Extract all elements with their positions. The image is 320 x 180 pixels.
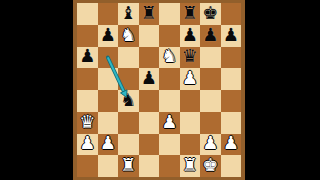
square-f7[interactable]: ♟ — [180, 25, 201, 47]
square-g6[interactable] — [200, 47, 221, 69]
piece-white-pawn[interactable]: ♟ — [100, 134, 116, 152]
square-d2[interactable] — [139, 134, 160, 156]
square-b1[interactable] — [98, 155, 119, 177]
square-h2[interactable]: ♟ — [221, 134, 242, 156]
chess-board-frame: ♝♜♜♚♟♞♟♟♟♟♞♛♟♟♞♛♟♟♟♟♟♜♜♚ — [73, 0, 245, 180]
square-a8[interactable] — [77, 3, 98, 25]
piece-black-pawn[interactable]: ♟ — [182, 26, 198, 44]
square-f1[interactable]: ♜ — [180, 155, 201, 177]
square-f6[interactable]: ♛ — [180, 47, 201, 69]
square-c1[interactable]: ♜ — [118, 155, 139, 177]
piece-black-pawn[interactable]: ♟ — [202, 26, 218, 44]
square-e3[interactable]: ♟ — [159, 112, 180, 134]
piece-white-king[interactable]: ♚ — [202, 156, 218, 174]
piece-white-knight[interactable]: ♞ — [161, 47, 177, 65]
piece-white-pawn[interactable]: ♟ — [202, 134, 218, 152]
square-e8[interactable] — [159, 3, 180, 25]
piece-white-rook[interactable]: ♜ — [120, 156, 136, 174]
square-b5[interactable] — [98, 68, 119, 90]
square-f8[interactable]: ♜ — [180, 3, 201, 25]
piece-black-rook[interactable]: ♜ — [141, 4, 157, 22]
piece-black-pawn[interactable]: ♟ — [79, 47, 95, 65]
piece-black-bishop[interactable]: ♝ — [120, 4, 136, 22]
square-e2[interactable] — [159, 134, 180, 156]
piece-black-pawn[interactable]: ♟ — [141, 69, 157, 87]
piece-white-pawn[interactable]: ♟ — [223, 134, 239, 152]
square-f2[interactable] — [180, 134, 201, 156]
square-b8[interactable] — [98, 3, 119, 25]
square-a4[interactable] — [77, 90, 98, 112]
piece-black-king[interactable]: ♚ — [202, 4, 218, 22]
square-c7[interactable]: ♞ — [118, 25, 139, 47]
piece-white-pawn[interactable]: ♟ — [79, 134, 95, 152]
square-c6[interactable] — [118, 47, 139, 69]
piece-white-pawn[interactable]: ♟ — [182, 69, 198, 87]
square-h1[interactable] — [221, 155, 242, 177]
square-c8[interactable]: ♝ — [118, 3, 139, 25]
square-c2[interactable] — [118, 134, 139, 156]
app-canvas: ♝♜♜♚♟♞♟♟♟♟♞♛♟♟♞♛♟♟♟♟♟♜♜♚ — [0, 0, 320, 180]
square-h7[interactable]: ♟ — [221, 25, 242, 47]
square-b3[interactable] — [98, 112, 119, 134]
square-a6[interactable]: ♟ — [77, 47, 98, 69]
square-h4[interactable] — [221, 90, 242, 112]
square-b7[interactable]: ♟ — [98, 25, 119, 47]
piece-black-rook[interactable]: ♜ — [182, 4, 198, 22]
square-c3[interactable] — [118, 112, 139, 134]
square-e4[interactable] — [159, 90, 180, 112]
square-a3[interactable]: ♛ — [77, 112, 98, 134]
square-c5[interactable] — [118, 68, 139, 90]
square-g1[interactable]: ♚ — [200, 155, 221, 177]
square-h5[interactable] — [221, 68, 242, 90]
square-g3[interactable] — [200, 112, 221, 134]
square-g4[interactable] — [200, 90, 221, 112]
square-d1[interactable] — [139, 155, 160, 177]
piece-white-rook[interactable]: ♜ — [182, 156, 198, 174]
square-b2[interactable]: ♟ — [98, 134, 119, 156]
square-g7[interactable]: ♟ — [200, 25, 221, 47]
square-d4[interactable] — [139, 90, 160, 112]
square-d5[interactable]: ♟ — [139, 68, 160, 90]
square-g8[interactable]: ♚ — [200, 3, 221, 25]
piece-black-queen[interactable]: ♛ — [182, 47, 198, 65]
square-e5[interactable] — [159, 68, 180, 90]
square-b4[interactable] — [98, 90, 119, 112]
square-f4[interactable] — [180, 90, 201, 112]
square-a5[interactable] — [77, 68, 98, 90]
piece-black-pawn[interactable]: ♟ — [223, 26, 239, 44]
square-d8[interactable]: ♜ — [139, 3, 160, 25]
square-c4[interactable]: ♞ — [118, 90, 139, 112]
square-g2[interactable]: ♟ — [200, 134, 221, 156]
square-d7[interactable] — [139, 25, 160, 47]
piece-black-pawn[interactable]: ♟ — [100, 26, 116, 44]
square-d6[interactable] — [139, 47, 160, 69]
square-h8[interactable] — [221, 3, 242, 25]
square-g5[interactable] — [200, 68, 221, 90]
piece-white-pawn[interactable]: ♟ — [161, 113, 177, 131]
square-h3[interactable] — [221, 112, 242, 134]
square-f5[interactable]: ♟ — [180, 68, 201, 90]
square-a7[interactable] — [77, 25, 98, 47]
square-e1[interactable] — [159, 155, 180, 177]
piece-white-queen[interactable]: ♛ — [79, 113, 95, 131]
piece-white-knight[interactable]: ♞ — [120, 26, 136, 44]
piece-black-knight[interactable]: ♞ — [120, 91, 136, 109]
square-f3[interactable] — [180, 112, 201, 134]
square-a2[interactable]: ♟ — [77, 134, 98, 156]
square-d3[interactable] — [139, 112, 160, 134]
square-a1[interactable] — [77, 155, 98, 177]
square-b6[interactable] — [98, 47, 119, 69]
square-h6[interactable] — [221, 47, 242, 69]
square-e7[interactable] — [159, 25, 180, 47]
square-e6[interactable]: ♞ — [159, 47, 180, 69]
chess-board: ♝♜♜♚♟♞♟♟♟♟♞♛♟♟♞♛♟♟♟♟♟♜♜♚ — [77, 3, 241, 177]
